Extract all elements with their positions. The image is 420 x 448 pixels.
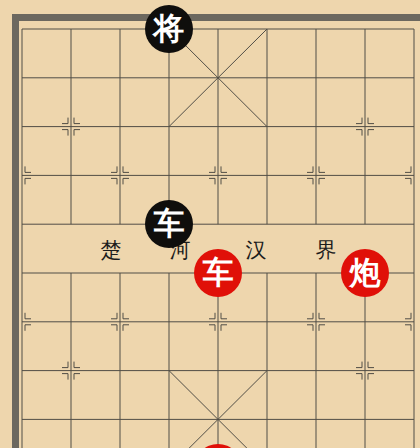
piece-black-general[interactable]: 将 [145, 5, 193, 53]
piece-red-chariot[interactable]: 车 [194, 249, 242, 297]
board-grid [0, 0, 420, 448]
piece-red-cannon[interactable]: 炮 [341, 249, 389, 297]
piece-black-chariot[interactable]: 车 [145, 200, 193, 248]
river-text-han: 汉 [243, 238, 269, 262]
river-text-chu: 楚 [98, 238, 124, 262]
xiangqi-board[interactable]: 楚 河 汉 界 将车车炮帅 [0, 0, 420, 448]
river-text-jie: 界 [313, 238, 339, 262]
